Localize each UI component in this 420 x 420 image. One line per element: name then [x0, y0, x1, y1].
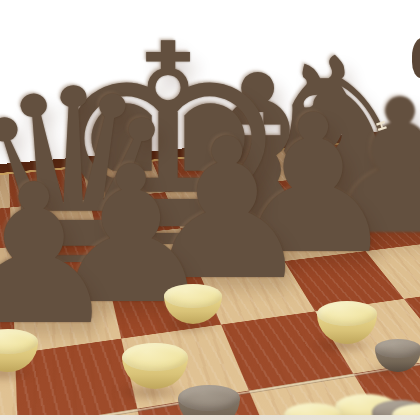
- cream-checker[interactable]: [164, 284, 222, 324]
- pawn-piece[interactable]: ♟: [0, 159, 121, 352]
- checker-top-face: [375, 339, 420, 358]
- checker-top-face: [317, 301, 377, 326]
- checker-top-face: [122, 343, 188, 371]
- cream-checker[interactable]: [122, 343, 188, 389]
- dark-checker[interactable]: [375, 339, 420, 371]
- photo-bottom-edge: [0, 415, 420, 420]
- cream-checker[interactable]: [317, 301, 377, 343]
- cream-checker[interactable]: [0, 329, 38, 371]
- board-photo: ♟♛♟♚♟♝♟♞♟ H: [0, 0, 420, 420]
- checker-top-face: [164, 284, 222, 308]
- checker-top-face: [178, 385, 240, 411]
